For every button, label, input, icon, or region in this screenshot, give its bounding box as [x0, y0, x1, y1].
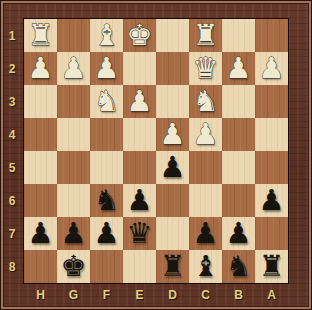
square-a3[interactable] [255, 85, 288, 118]
square-b4[interactable] [222, 118, 255, 151]
white-king[interactable]: ♚ [123, 19, 156, 52]
white-pawn[interactable]: ♟ [57, 52, 90, 85]
square-c3[interactable]: ♞ [189, 85, 222, 118]
rank-labels: 12345678 [0, 19, 24, 283]
square-g3[interactable] [57, 85, 90, 118]
square-f5[interactable] [90, 151, 123, 184]
square-e5[interactable] [123, 151, 156, 184]
file-label-e: E [123, 284, 156, 306]
square-b7[interactable]: ♟ [222, 217, 255, 250]
square-f8[interactable] [90, 250, 123, 283]
rank-label-2: 2 [0, 52, 24, 85]
file-labels: HGFEDCBA [24, 284, 288, 306]
square-h5[interactable] [24, 151, 57, 184]
black-pawn[interactable]: ♟ [57, 217, 90, 250]
rank-label-8: 8 [0, 250, 24, 283]
black-bishop[interactable]: ♝ [189, 250, 222, 283]
black-pawn[interactable]: ♟ [90, 217, 123, 250]
square-d3[interactable] [156, 85, 189, 118]
square-g8[interactable]: ♚ [57, 250, 90, 283]
rank-label-1: 1 [0, 19, 24, 52]
file-label-d: D [156, 284, 189, 306]
square-f7[interactable]: ♟ [90, 217, 123, 250]
square-g4[interactable] [57, 118, 90, 151]
square-e4[interactable] [123, 118, 156, 151]
square-e2[interactable] [123, 52, 156, 85]
square-e7[interactable]: ♛ [123, 217, 156, 250]
square-e8[interactable] [123, 250, 156, 283]
square-f6[interactable]: ♞ [90, 184, 123, 217]
square-c8[interactable]: ♝ [189, 250, 222, 283]
square-b3[interactable] [222, 85, 255, 118]
white-pawn[interactable]: ♟ [123, 85, 156, 118]
square-e1[interactable]: ♚ [123, 19, 156, 52]
square-a4[interactable] [255, 118, 288, 151]
black-pawn[interactable]: ♟ [123, 184, 156, 217]
square-a6[interactable]: ♟ [255, 184, 288, 217]
rank-label-5: 5 [0, 151, 24, 184]
file-label-a: A [255, 284, 288, 306]
square-d1[interactable] [156, 19, 189, 52]
rank-label-4: 4 [0, 118, 24, 151]
file-label-c: C [189, 284, 222, 306]
square-h4[interactable] [24, 118, 57, 151]
black-rook[interactable]: ♜ [156, 250, 189, 283]
rank-label-3: 3 [0, 85, 24, 118]
white-pawn[interactable]: ♟ [255, 52, 288, 85]
file-label-b: B [222, 284, 255, 306]
black-pawn[interactable]: ♟ [24, 217, 57, 250]
square-a7[interactable] [255, 217, 288, 250]
square-g1[interactable] [57, 19, 90, 52]
square-h7[interactable]: ♟ [24, 217, 57, 250]
square-c6[interactable] [189, 184, 222, 217]
square-g5[interactable] [57, 151, 90, 184]
rank-label-6: 6 [0, 184, 24, 217]
square-d4[interactable]: ♟ [156, 118, 189, 151]
black-knight[interactable]: ♞ [90, 184, 123, 217]
square-d8[interactable]: ♜ [156, 250, 189, 283]
chess-board[interactable]: ♜♝♚♜♟♟♟♛♟♟♞♟♞♟♟♟♞♟♟♟♟♟♛♟♟♚♜♝♞♜ [24, 19, 288, 283]
file-label-g: G [57, 284, 90, 306]
square-g7[interactable]: ♟ [57, 217, 90, 250]
white-knight[interactable]: ♞ [189, 85, 222, 118]
white-bishop[interactable]: ♝ [90, 19, 123, 52]
square-c5[interactable] [189, 151, 222, 184]
square-c1[interactable]: ♜ [189, 19, 222, 52]
square-a8[interactable]: ♜ [255, 250, 288, 283]
square-h8[interactable] [24, 250, 57, 283]
black-pawn[interactable]: ♟ [255, 184, 288, 217]
square-g2[interactable]: ♟ [57, 52, 90, 85]
square-b5[interactable] [222, 151, 255, 184]
black-king[interactable]: ♚ [57, 250, 90, 283]
file-label-h: H [24, 284, 57, 306]
rank-label-7: 7 [0, 217, 24, 250]
square-a1[interactable] [255, 19, 288, 52]
white-pawn[interactable]: ♟ [90, 52, 123, 85]
square-d2[interactable] [156, 52, 189, 85]
square-h6[interactable] [24, 184, 57, 217]
square-h3[interactable] [24, 85, 57, 118]
white-rook[interactable]: ♜ [24, 19, 57, 52]
black-pawn[interactable]: ♟ [156, 151, 189, 184]
white-pawn[interactable]: ♟ [222, 52, 255, 85]
square-f2[interactable]: ♟ [90, 52, 123, 85]
square-h1[interactable]: ♜ [24, 19, 57, 52]
square-d6[interactable] [156, 184, 189, 217]
square-c7[interactable]: ♟ [189, 217, 222, 250]
square-e6[interactable]: ♟ [123, 184, 156, 217]
white-queen[interactable]: ♛ [189, 52, 222, 85]
black-pawn[interactable]: ♟ [189, 217, 222, 250]
square-b1[interactable] [222, 19, 255, 52]
square-b6[interactable] [222, 184, 255, 217]
square-a2[interactable]: ♟ [255, 52, 288, 85]
black-knight[interactable]: ♞ [222, 250, 255, 283]
white-pawn[interactable]: ♟ [189, 118, 222, 151]
square-d7[interactable] [156, 217, 189, 250]
square-f1[interactable]: ♝ [90, 19, 123, 52]
square-g6[interactable] [57, 184, 90, 217]
square-b2[interactable]: ♟ [222, 52, 255, 85]
black-pawn[interactable]: ♟ [222, 217, 255, 250]
file-label-f: F [90, 284, 123, 306]
square-e3[interactable]: ♟ [123, 85, 156, 118]
board-frame: 12345678 ♜♝♚♜♟♟♟♛♟♟♞♟♞♟♟♟♞♟♟♟♟♟♛♟♟♚♜♝♞♜ … [0, 0, 312, 310]
black-queen[interactable]: ♛ [123, 217, 156, 250]
square-b8[interactable]: ♞ [222, 250, 255, 283]
white-pawn[interactable]: ♟ [156, 118, 189, 151]
white-pawn[interactable]: ♟ [24, 52, 57, 85]
white-knight[interactable]: ♞ [90, 85, 123, 118]
square-h2[interactable]: ♟ [24, 52, 57, 85]
black-rook[interactable]: ♜ [255, 250, 288, 283]
square-a5[interactable] [255, 151, 288, 184]
square-c2[interactable]: ♛ [189, 52, 222, 85]
square-f3[interactable]: ♞ [90, 85, 123, 118]
white-rook[interactable]: ♜ [189, 19, 222, 52]
square-c4[interactable]: ♟ [189, 118, 222, 151]
square-d5[interactable]: ♟ [156, 151, 189, 184]
square-f4[interactable] [90, 118, 123, 151]
